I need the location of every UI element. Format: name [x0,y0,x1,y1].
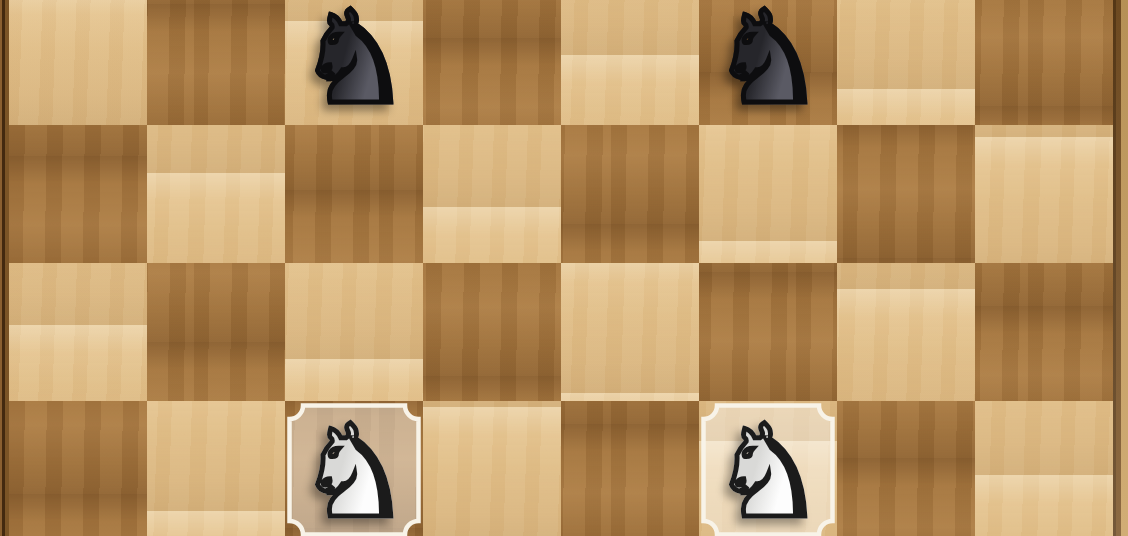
square-a7[interactable] [9,125,147,263]
piece-white-knight-f5[interactable]: ♞ [699,403,837,536]
square-g6[interactable] [837,263,975,401]
square-f7[interactable] [699,125,837,263]
square-c7[interactable] [285,125,423,263]
square-c6[interactable] [285,263,423,401]
square-a5[interactable] [9,401,147,536]
square-h8[interactable] [975,0,1113,125]
square-g7[interactable] [837,125,975,263]
square-d6[interactable] [423,263,561,401]
square-f6[interactable] [699,263,837,401]
board-frame-left [0,0,9,536]
piece-black-knight-c8[interactable]: ♞ [285,0,423,125]
piece-white-knight-c5[interactable]: ♞ [285,403,423,536]
board-frame-right [1113,0,1128,536]
square-g8[interactable] [837,0,975,125]
square-a8[interactable] [9,0,147,125]
square-e5[interactable] [561,401,699,536]
square-f5[interactable]: ♞ [699,401,837,536]
square-h5[interactable] [975,401,1113,536]
square-b6[interactable] [147,263,285,401]
square-d5[interactable] [423,401,561,536]
board-stage: ♞♞♞♞ [0,0,1128,536]
square-g5[interactable] [837,401,975,536]
square-f8[interactable]: ♞ [699,0,837,125]
square-b8[interactable] [147,0,285,125]
square-h6[interactable] [975,263,1113,401]
square-e6[interactable] [561,263,699,401]
square-a6[interactable] [9,263,147,401]
square-b7[interactable] [147,125,285,263]
square-c5[interactable]: ♞ [285,401,423,536]
square-h7[interactable] [975,125,1113,263]
square-c8[interactable]: ♞ [285,0,423,125]
square-e7[interactable] [561,125,699,263]
square-e8[interactable] [561,0,699,125]
piece-black-knight-f8[interactable]: ♞ [699,0,837,125]
square-b5[interactable] [147,401,285,536]
chess-board: ♞♞♞♞ [9,0,1113,536]
square-d8[interactable] [423,0,561,125]
square-d7[interactable] [423,125,561,263]
